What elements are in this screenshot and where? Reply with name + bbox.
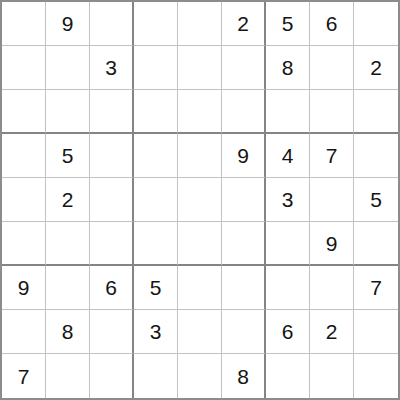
sudoku-cell[interactable] <box>46 266 90 310</box>
sudoku-cell[interactable] <box>178 178 222 222</box>
sudoku-cell[interactable] <box>2 178 46 222</box>
sudoku-cell[interactable] <box>134 134 178 178</box>
sudoku-cell[interactable] <box>222 222 266 266</box>
sudoku-cell[interactable] <box>178 310 222 354</box>
sudoku-cell[interactable] <box>222 178 266 222</box>
sudoku-cell: 5 <box>46 134 90 178</box>
sudoku-cell[interactable] <box>90 354 134 398</box>
sudoku-cell: 3 <box>90 46 134 90</box>
sudoku-cell[interactable] <box>266 90 310 134</box>
sudoku-cell[interactable] <box>90 222 134 266</box>
sudoku-cell[interactable] <box>2 310 46 354</box>
sudoku-cell: 6 <box>266 310 310 354</box>
sudoku-cell[interactable] <box>2 90 46 134</box>
sudoku-cell: 8 <box>266 46 310 90</box>
sudoku-cell[interactable] <box>134 178 178 222</box>
sudoku-cell[interactable] <box>222 46 266 90</box>
sudoku-cell[interactable] <box>2 222 46 266</box>
sudoku-cell: 7 <box>310 134 354 178</box>
sudoku-cell[interactable] <box>46 222 90 266</box>
sudoku-cell[interactable] <box>46 354 90 398</box>
sudoku-cell[interactable] <box>2 134 46 178</box>
sudoku-cell[interactable] <box>310 354 354 398</box>
sudoku-cell[interactable] <box>354 310 398 354</box>
sudoku-cell[interactable] <box>310 266 354 310</box>
sudoku-cell: 9 <box>2 266 46 310</box>
sudoku-cell[interactable] <box>2 46 46 90</box>
sudoku-cell: 9 <box>222 134 266 178</box>
sudoku-cell[interactable] <box>90 90 134 134</box>
sudoku-cell[interactable] <box>46 46 90 90</box>
sudoku-cell[interactable] <box>222 90 266 134</box>
sudoku-cell: 7 <box>354 266 398 310</box>
sudoku-cell: 7 <box>2 354 46 398</box>
sudoku-cell: 6 <box>310 2 354 46</box>
sudoku-cell[interactable] <box>2 2 46 46</box>
sudoku-cell[interactable] <box>46 90 90 134</box>
sudoku-cell[interactable] <box>178 266 222 310</box>
sudoku-cell: 9 <box>46 2 90 46</box>
sudoku-cell[interactable] <box>222 310 266 354</box>
sudoku-cell: 8 <box>222 354 266 398</box>
sudoku-cell[interactable] <box>354 134 398 178</box>
sudoku-cell[interactable] <box>178 2 222 46</box>
sudoku-cell: 2 <box>354 46 398 90</box>
sudoku-cell: 8 <box>46 310 90 354</box>
sudoku-cell[interactable] <box>134 2 178 46</box>
sudoku-cell[interactable] <box>354 90 398 134</box>
sudoku-cell[interactable] <box>266 266 310 310</box>
sudoku-cell[interactable] <box>134 354 178 398</box>
sudoku-cell: 5 <box>266 2 310 46</box>
sudoku-cell: 5 <box>134 266 178 310</box>
sudoku-cell: 3 <box>134 310 178 354</box>
sudoku-cell[interactable] <box>90 134 134 178</box>
sudoku-cell[interactable] <box>178 222 222 266</box>
sudoku-cell[interactable] <box>178 354 222 398</box>
sudoku-cell: 2 <box>222 2 266 46</box>
sudoku-cell[interactable] <box>222 266 266 310</box>
sudoku-cell[interactable] <box>310 178 354 222</box>
sudoku-cell[interactable] <box>178 90 222 134</box>
sudoku-cell: 2 <box>310 310 354 354</box>
sudoku-cell[interactable] <box>354 354 398 398</box>
sudoku-cell: 6 <box>90 266 134 310</box>
sudoku-cell[interactable] <box>90 310 134 354</box>
sudoku-cell[interactable] <box>354 2 398 46</box>
sudoku-board: 9256382594723599657836278 <box>0 0 400 400</box>
sudoku-cell: 9 <box>310 222 354 266</box>
sudoku-cell: 5 <box>354 178 398 222</box>
sudoku-cell[interactable] <box>90 2 134 46</box>
sudoku-cell: 4 <box>266 134 310 178</box>
sudoku-cell[interactable] <box>178 134 222 178</box>
sudoku-cell[interactable] <box>266 222 310 266</box>
sudoku-cell[interactable] <box>310 90 354 134</box>
sudoku-cell[interactable] <box>266 354 310 398</box>
sudoku-cell[interactable] <box>354 222 398 266</box>
sudoku-cell[interactable] <box>178 46 222 90</box>
sudoku-cell: 3 <box>266 178 310 222</box>
sudoku-cell[interactable] <box>134 46 178 90</box>
sudoku-cell[interactable] <box>310 46 354 90</box>
sudoku-cell[interactable] <box>134 222 178 266</box>
sudoku-cell[interactable] <box>134 90 178 134</box>
sudoku-cell[interactable] <box>90 178 134 222</box>
sudoku-cell: 2 <box>46 178 90 222</box>
